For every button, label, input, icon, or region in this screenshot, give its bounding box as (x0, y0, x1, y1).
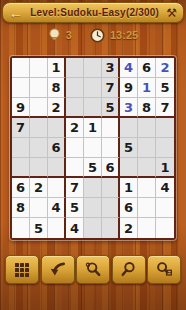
sudoku-cell[interactable]: 5 (84, 158, 102, 178)
sudoku-cell[interactable]: 6 (12, 178, 30, 198)
sudoku-cell[interactable]: 1 (84, 118, 102, 138)
sudoku-cell[interactable] (138, 138, 156, 158)
sudoku-cell[interactable] (48, 158, 66, 178)
undo-button[interactable] (41, 255, 75, 284)
check-button[interactable] (112, 255, 146, 284)
sudoku-cell[interactable]: 4 (156, 178, 174, 198)
sudoku-cell[interactable]: 8 (138, 98, 156, 118)
sudoku-cell[interactable]: 6 (120, 198, 138, 218)
sudoku-cell[interactable]: 9 (120, 78, 138, 98)
sudoku-cell[interactable]: 4 (66, 218, 84, 238)
hints-count: 3 (66, 29, 72, 41)
sudoku-cell[interactable]: 1 (120, 178, 138, 198)
sudoku-cell[interactable] (138, 118, 156, 138)
sudoku-cell[interactable]: 7 (12, 118, 30, 138)
sudoku-cell[interactable]: 9 (12, 98, 30, 118)
sudoku-cell[interactable] (66, 58, 84, 78)
sudoku-cell[interactable] (102, 118, 120, 138)
sudoku-cell[interactable] (30, 98, 48, 118)
sudoku-cell[interactable] (84, 58, 102, 78)
sudoku-cell[interactable] (138, 198, 156, 218)
hint-button[interactable] (76, 255, 110, 284)
sudoku-cell[interactable]: 2 (120, 218, 138, 238)
sudoku-cell[interactable] (66, 98, 84, 118)
clock-icon (90, 28, 105, 43)
magnifying-glass-dot-icon (84, 260, 103, 279)
sudoku-cell[interactable]: 6 (102, 158, 120, 178)
sudoku-cell[interactable] (30, 58, 48, 78)
sudoku-cell[interactable]: 2 (48, 98, 66, 118)
toolbar (0, 255, 186, 283)
level-title: Level:Sudoku-Easy(2/300) (30, 7, 159, 18)
sudoku-cell[interactable]: 7 (102, 78, 120, 98)
sudoku-cell[interactable]: 5 (66, 198, 84, 218)
sudoku-cell[interactable] (156, 118, 174, 138)
sudoku-cell[interactable] (138, 158, 156, 178)
sudoku-cell[interactable] (12, 218, 30, 238)
sudoku-cell[interactable] (138, 218, 156, 238)
sudoku-cell[interactable]: 2 (156, 58, 174, 78)
sudoku-cell[interactable] (66, 78, 84, 98)
sudoku-cell[interactable] (102, 218, 120, 238)
keypad-button[interactable] (5, 255, 39, 284)
sudoku-cell[interactable]: 7 (156, 98, 174, 118)
sudoku-cell[interactable] (12, 78, 30, 98)
sudoku-cell[interactable]: 8 (12, 198, 30, 218)
sudoku-cell[interactable]: 7 (66, 178, 84, 198)
sudoku-cell[interactable] (48, 178, 66, 198)
sudoku-board: 134628791592538772165561627148456542 (10, 56, 176, 240)
magnifying-glass-icon (119, 260, 138, 279)
sudoku-cell[interactable] (84, 218, 102, 238)
sudoku-cell[interactable]: 5 (102, 98, 120, 118)
sudoku-cell[interactable]: 2 (30, 178, 48, 198)
sudoku-cell[interactable]: 8 (48, 78, 66, 98)
sudoku-cell[interactable] (156, 138, 174, 158)
sudoku-cell[interactable]: 3 (120, 98, 138, 118)
sudoku-cell[interactable] (30, 158, 48, 178)
elapsed-time: 13:25 (110, 29, 138, 41)
keypad-grid-icon (15, 263, 29, 277)
sudoku-cell[interactable] (120, 118, 138, 138)
sudoku-cell[interactable] (12, 158, 30, 178)
sudoku-cell[interactable] (30, 78, 48, 98)
sudoku-cell[interactable] (30, 138, 48, 158)
sudoku-cell[interactable]: 3 (102, 58, 120, 78)
sudoku-cell[interactable] (102, 178, 120, 198)
sudoku-cell[interactable] (120, 158, 138, 178)
sudoku-cell[interactable] (12, 58, 30, 78)
sudoku-cell[interactable]: 6 (138, 58, 156, 78)
back-arrow-icon[interactable]: ← (9, 6, 23, 20)
sudoku-cell[interactable] (48, 118, 66, 138)
sudoku-cell[interactable] (156, 198, 174, 218)
sudoku-cell[interactable]: 4 (48, 198, 66, 218)
sudoku-cell[interactable]: 1 (138, 78, 156, 98)
sudoku-cell[interactable] (84, 98, 102, 118)
sudoku-cell[interactable]: 5 (120, 138, 138, 158)
sudoku-cell[interactable] (84, 198, 102, 218)
sudoku-cell[interactable] (84, 178, 102, 198)
sudoku-cell[interactable] (48, 218, 66, 238)
hammer-wrench-icon[interactable]: ⚒ (166, 7, 177, 19)
sudoku-cell[interactable] (84, 138, 102, 158)
sudoku-cell[interactable] (12, 138, 30, 158)
sudoku-app-screen: ← Level:Sudoku-Easy(2/300) ⚒ 3 13:25 134… (0, 0, 186, 310)
sudoku-cell[interactable]: 1 (156, 158, 174, 178)
sudoku-cell[interactable] (102, 198, 120, 218)
sudoku-cell[interactable] (156, 218, 174, 238)
sudoku-cell[interactable] (102, 138, 120, 158)
notes-button[interactable] (147, 255, 181, 284)
magnifying-glass-pencil-icon (155, 260, 174, 279)
undo-arrow-icon (48, 260, 67, 279)
sudoku-cell[interactable]: 4 (120, 58, 138, 78)
sudoku-cell[interactable] (30, 198, 48, 218)
sudoku-cell[interactable] (66, 158, 84, 178)
sudoku-cell[interactable] (138, 178, 156, 198)
status-row: 3 13:25 (0, 25, 186, 45)
sudoku-cell[interactable]: 2 (66, 118, 84, 138)
title-bar: ← Level:Sudoku-Easy(2/300) ⚒ (2, 2, 184, 23)
sudoku-cell[interactable]: 5 (156, 78, 174, 98)
sudoku-cell[interactable]: 1 (48, 58, 66, 78)
sudoku-cell[interactable] (30, 118, 48, 138)
sudoku-cell[interactable]: 5 (30, 218, 48, 238)
sudoku-cell[interactable]: 6 (48, 138, 66, 158)
sudoku-cell[interactable] (84, 78, 102, 98)
sudoku-cell[interactable] (66, 138, 84, 158)
lightbulb-icon (48, 28, 61, 43)
